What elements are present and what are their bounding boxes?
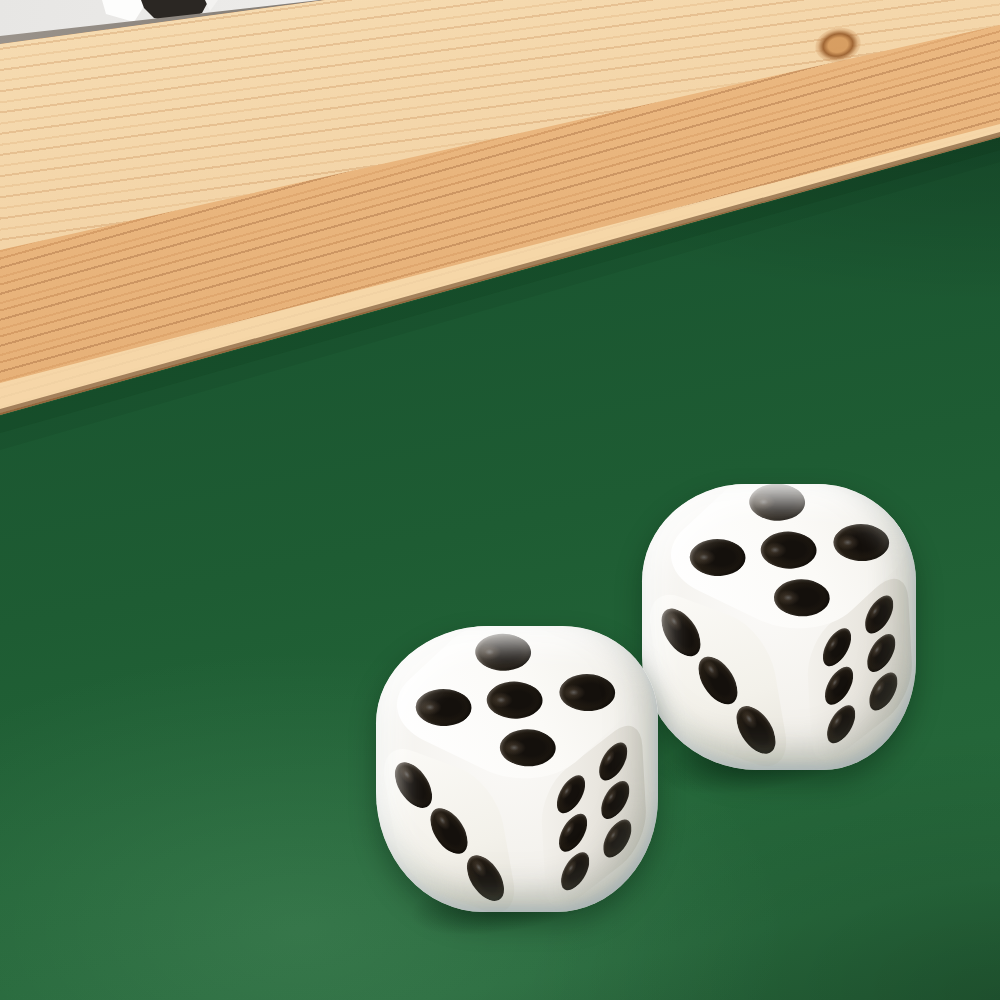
pip	[560, 845, 590, 898]
pip	[463, 626, 541, 678]
scene	[0, 0, 1000, 1000]
pip	[750, 524, 828, 576]
pip	[737, 484, 815, 528]
pip	[602, 812, 632, 865]
pip	[695, 651, 741, 711]
pip	[826, 698, 856, 751]
pip	[733, 699, 779, 759]
pip	[678, 532, 756, 584]
pip	[463, 849, 507, 906]
pip	[822, 517, 900, 569]
pip	[488, 722, 566, 774]
pip	[476, 674, 554, 726]
pip	[762, 572, 840, 624]
left-die[interactable]	[376, 626, 658, 912]
right-die[interactable]	[642, 484, 916, 770]
pip	[868, 665, 898, 718]
pip	[658, 602, 704, 662]
pip	[427, 802, 471, 859]
pip	[404, 682, 482, 734]
pip	[391, 756, 435, 813]
pip	[548, 667, 626, 719]
